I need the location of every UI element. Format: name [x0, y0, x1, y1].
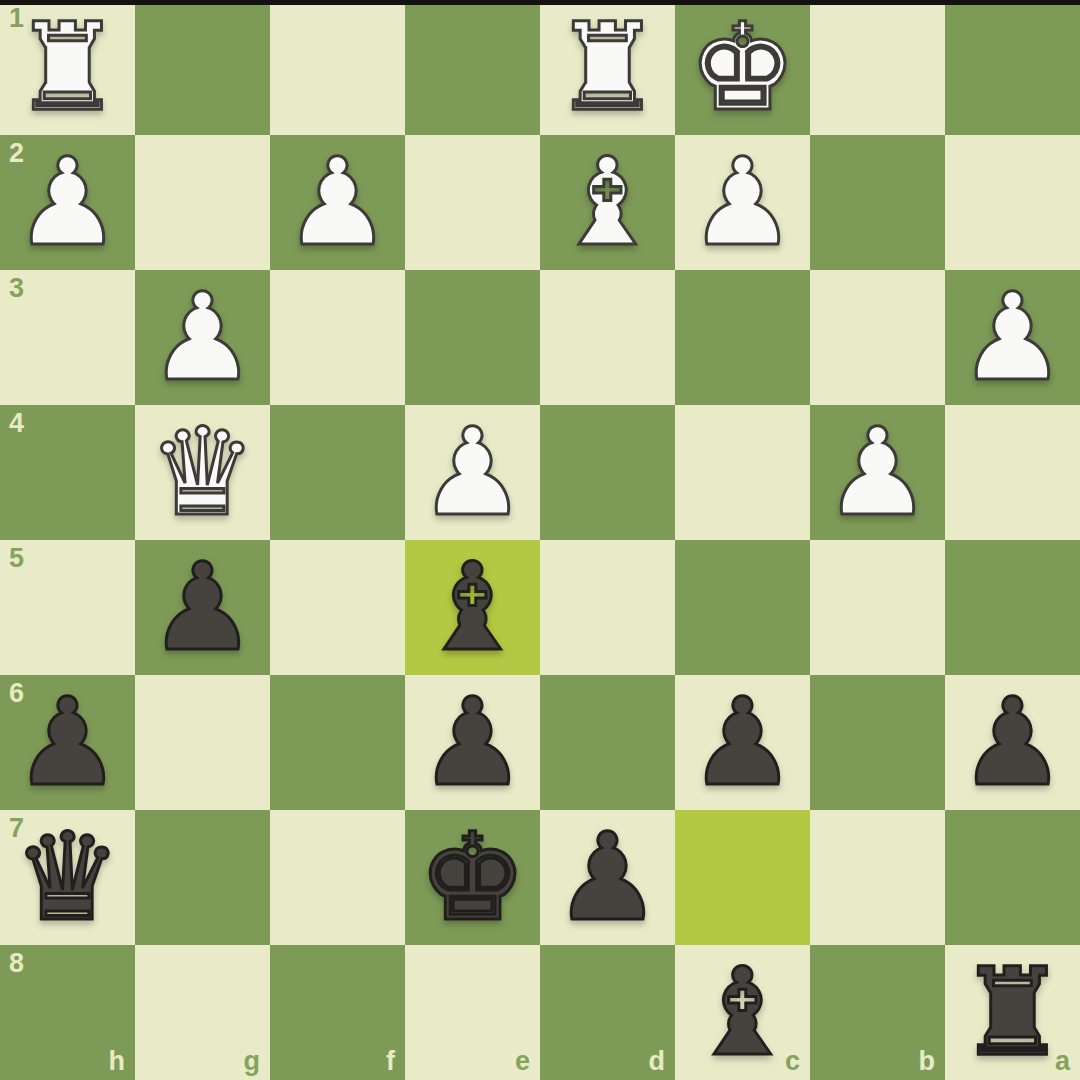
square-c2[interactable]: ♟ — [675, 135, 810, 270]
black-king[interactable]: ♚ — [405, 810, 540, 945]
square-a4[interactable] — [945, 405, 1080, 540]
file-label-b: b — [919, 1048, 936, 1075]
square-b2[interactable] — [810, 135, 945, 270]
square-e7[interactable]: ♚ — [405, 810, 540, 945]
square-c4[interactable] — [675, 405, 810, 540]
black-pawn[interactable]: ♟ — [0, 675, 135, 810]
square-g8[interactable]: g — [135, 945, 270, 1080]
white-pawn[interactable]: ♟ — [0, 135, 135, 270]
file-label-d: d — [649, 1048, 666, 1075]
square-f7[interactable] — [270, 810, 405, 945]
square-e6[interactable]: ♟ — [405, 675, 540, 810]
square-f4[interactable] — [270, 405, 405, 540]
black-bishop[interactable]: ♝ — [405, 540, 540, 675]
black-pawn[interactable]: ♟ — [405, 675, 540, 810]
square-b5[interactable] — [810, 540, 945, 675]
square-g2[interactable] — [135, 135, 270, 270]
black-pawn[interactable]: ♟ — [945, 675, 1080, 810]
white-pawn[interactable]: ♟ — [675, 135, 810, 270]
square-c6[interactable]: ♟ — [675, 675, 810, 810]
rank-label-4: 4 — [9, 410, 24, 437]
square-b3[interactable] — [810, 270, 945, 405]
square-b6[interactable] — [810, 675, 945, 810]
square-e4[interactable]: ♟ — [405, 405, 540, 540]
square-g4[interactable]: ♛ — [135, 405, 270, 540]
square-b4[interactable]: ♟ — [810, 405, 945, 540]
square-f3[interactable] — [270, 270, 405, 405]
square-g7[interactable] — [135, 810, 270, 945]
square-g5[interactable]: ♟ — [135, 540, 270, 675]
black-bishop[interactable]: ♝ — [675, 945, 810, 1080]
square-a2[interactable] — [945, 135, 1080, 270]
square-f1[interactable] — [270, 0, 405, 135]
square-h6[interactable]: ♟6 — [0, 675, 135, 810]
square-c7[interactable] — [675, 810, 810, 945]
white-pawn[interactable]: ♟ — [810, 405, 945, 540]
square-d8[interactable]: d — [540, 945, 675, 1080]
square-a1[interactable] — [945, 0, 1080, 135]
white-rook[interactable]: ♜ — [540, 0, 675, 135]
square-g6[interactable] — [135, 675, 270, 810]
white-pawn[interactable]: ♟ — [945, 270, 1080, 405]
square-e8[interactable]: e — [405, 945, 540, 1080]
white-rook[interactable]: ♜ — [0, 0, 135, 135]
square-e2[interactable] — [405, 135, 540, 270]
square-d2[interactable]: ♝ — [540, 135, 675, 270]
black-queen[interactable]: ♛ — [0, 810, 135, 945]
square-f2[interactable]: ♟ — [270, 135, 405, 270]
rank-label-5: 5 — [9, 545, 24, 572]
square-h5[interactable]: 5 — [0, 540, 135, 675]
square-d5[interactable] — [540, 540, 675, 675]
black-pawn[interactable]: ♟ — [675, 675, 810, 810]
square-c8[interactable]: ♝c — [675, 945, 810, 1080]
square-h1[interactable]: ♜1 — [0, 0, 135, 135]
white-king[interactable]: ♚ — [675, 0, 810, 135]
square-a5[interactable] — [945, 540, 1080, 675]
square-d6[interactable] — [540, 675, 675, 810]
letterbox-bar — [0, 0, 1080, 5]
square-d4[interactable] — [540, 405, 675, 540]
square-d1[interactable]: ♜ — [540, 0, 675, 135]
square-a7[interactable] — [945, 810, 1080, 945]
square-h2[interactable]: ♟2 — [0, 135, 135, 270]
square-f8[interactable]: f — [270, 945, 405, 1080]
square-e5[interactable]: ♝ — [405, 540, 540, 675]
black-rook[interactable]: ♜ — [945, 945, 1080, 1080]
square-a3[interactable]: ♟ — [945, 270, 1080, 405]
file-label-e: e — [515, 1048, 530, 1075]
square-d3[interactable] — [540, 270, 675, 405]
square-c5[interactable] — [675, 540, 810, 675]
rank-label-3: 3 — [9, 275, 24, 302]
square-e1[interactable] — [405, 0, 540, 135]
white-pawn[interactable]: ♟ — [405, 405, 540, 540]
square-d7[interactable]: ♟ — [540, 810, 675, 945]
square-h8[interactable]: 8h — [0, 945, 135, 1080]
square-g3[interactable]: ♟ — [135, 270, 270, 405]
square-b8[interactable]: b — [810, 945, 945, 1080]
white-pawn[interactable]: ♟ — [270, 135, 405, 270]
square-h7[interactable]: ♛7 — [0, 810, 135, 945]
black-pawn[interactable]: ♟ — [135, 540, 270, 675]
file-label-h: h — [109, 1048, 126, 1075]
screenshot-stage: ♜1♜♚♟2♟♝♟3♟♟4♛♟♟5♟♝♟6♟♟♟♛7♚♟8hgfed♝cb♜a — [0, 0, 1080, 1080]
file-label-f: f — [386, 1048, 395, 1075]
square-g1[interactable] — [135, 0, 270, 135]
white-queen[interactable]: ♛ — [135, 405, 270, 540]
square-h3[interactable]: 3 — [0, 270, 135, 405]
white-bishop[interactable]: ♝ — [540, 135, 675, 270]
square-a6[interactable]: ♟ — [945, 675, 1080, 810]
square-b7[interactable] — [810, 810, 945, 945]
square-b1[interactable] — [810, 0, 945, 135]
square-c3[interactable] — [675, 270, 810, 405]
square-c1[interactable]: ♚ — [675, 0, 810, 135]
white-pawn[interactable]: ♟ — [135, 270, 270, 405]
square-h4[interactable]: 4 — [0, 405, 135, 540]
square-a8[interactable]: ♜a — [945, 945, 1080, 1080]
chess-board: ♜1♜♚♟2♟♝♟3♟♟4♛♟♟5♟♝♟6♟♟♟♛7♚♟8hgfed♝cb♜a — [0, 0, 1080, 1080]
square-f6[interactable] — [270, 675, 405, 810]
square-f5[interactable] — [270, 540, 405, 675]
file-label-g: g — [244, 1048, 261, 1075]
black-pawn[interactable]: ♟ — [540, 810, 675, 945]
square-e3[interactable] — [405, 270, 540, 405]
rank-label-8: 8 — [9, 950, 24, 977]
